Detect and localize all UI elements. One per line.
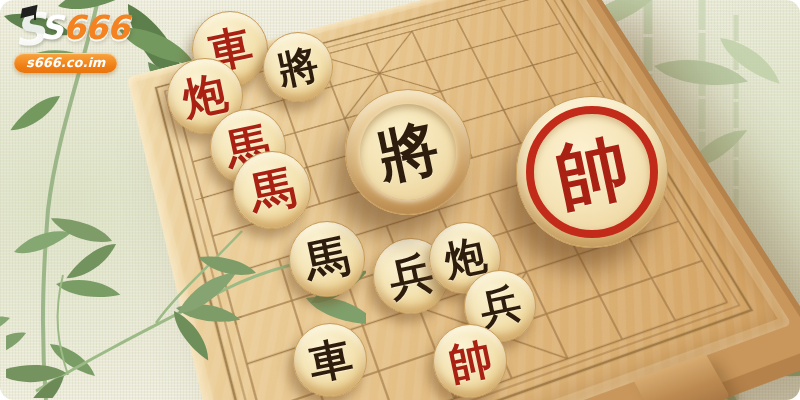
piece-red-general-large[interactable]: 帥 bbox=[516, 96, 668, 248]
piece-red-general-small[interactable]: 帥 bbox=[433, 324, 507, 398]
site-logo[interactable]: S S666 s666.co.im bbox=[14, 8, 164, 73]
brand-number-666: 666 bbox=[63, 8, 129, 47]
piece-glyph: 車 bbox=[304, 334, 355, 385]
piece-red-horse-2[interactable]: 馬 bbox=[233, 151, 311, 229]
piece-glyph: 將 bbox=[372, 116, 443, 187]
piece-glyph: 兵 bbox=[476, 282, 525, 331]
piece-glyph: 馬 bbox=[245, 163, 298, 216]
piece-glyph: 馬 bbox=[301, 233, 353, 285]
graduation-cap-icon bbox=[21, 4, 37, 20]
piece-black-chariot[interactable]: 車 bbox=[293, 323, 367, 397]
piece-glyph: 帥 bbox=[549, 129, 634, 214]
piece-glyph: 炮 bbox=[179, 70, 231, 122]
piece-black-general-small[interactable]: 將 bbox=[263, 32, 333, 102]
piece-glyph: 將 bbox=[274, 43, 321, 90]
banner-scene: 車將炮馬馬馬兵炮兵車帥將帥 S S666 s666.co.im bbox=[0, 0, 800, 400]
piece-glyph: 帥 bbox=[444, 335, 495, 386]
brand-wordmark: S S666 bbox=[14, 8, 164, 50]
site-domain-badge[interactable]: s666.co.im bbox=[14, 53, 117, 73]
piece-black-general-large[interactable]: 將 bbox=[345, 89, 471, 215]
piece-black-horse[interactable]: 馬 bbox=[289, 221, 365, 297]
brand-letter-s: S bbox=[40, 8, 63, 47]
